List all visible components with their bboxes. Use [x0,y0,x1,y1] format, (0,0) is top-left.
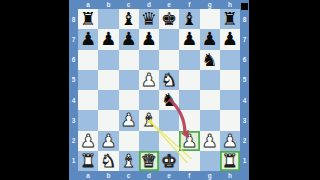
square-b3[interactable] [98,110,118,130]
square-d7[interactable]: ♟ [139,29,159,49]
black-knight-e4[interactable]: ♞ [161,91,177,109]
white-bishop-d3[interactable]: ♝ [141,111,157,129]
square-b1[interactable]: ♞ [98,151,118,171]
black-pawn-g7[interactable]: ♟ [202,30,218,48]
white-pawn-a2[interactable]: ♟ [80,131,96,149]
black-pawn-f7[interactable]: ♟ [181,30,197,48]
square-e1[interactable]: ♚ [159,151,179,171]
chess-video-frame: abcdefgh abcdefgh 87654321 87654321 ♜♝♛♚… [0,0,320,180]
square-g5[interactable] [200,70,220,90]
rank-label-1: 1 [240,151,249,171]
file-label-a: a [78,171,98,180]
square-f5[interactable] [179,70,199,90]
square-e6[interactable] [159,50,179,70]
white-rook-h1[interactable]: ♜ [222,151,238,169]
square-a4[interactable] [78,90,98,110]
black-rook-a8[interactable]: ♜ [80,10,96,28]
square-d3[interactable]: ♝ [139,110,159,130]
rank-label-7: 7 [69,29,78,49]
square-c1[interactable]: ♝ [119,151,139,171]
black-pawn-a7[interactable]: ♟ [80,30,96,48]
square-b6[interactable] [98,50,118,70]
square-e8[interactable]: ♚ [159,9,179,29]
square-g4[interactable] [200,90,220,110]
corner-square-marker [241,3,248,10]
square-e2[interactable] [159,131,179,151]
square-f7[interactable]: ♟ [179,29,199,49]
rank-label-1: 1 [69,151,78,171]
file-label-h: h [220,171,240,180]
file-labels-top: abcdefgh [78,0,240,9]
rank-label-5: 5 [240,70,249,90]
square-b8[interactable] [98,9,118,29]
square-d1[interactable]: ♛ [139,151,159,171]
square-f6[interactable] [179,50,199,70]
file-label-g: g [200,171,220,180]
square-g8[interactable] [200,9,220,29]
square-f1[interactable] [179,151,199,171]
rank-label-8: 8 [69,9,78,29]
square-f3[interactable] [179,110,199,130]
rank-label-7: 7 [240,29,249,49]
square-b2[interactable]: ♟ [98,131,118,151]
square-h7[interactable]: ♟ [220,29,240,49]
square-g6[interactable]: ♞ [200,50,220,70]
square-g7[interactable]: ♟ [200,29,220,49]
black-knight-g6[interactable]: ♞ [202,50,218,68]
square-e4[interactable]: ♞ [159,90,179,110]
white-pawn-b2[interactable]: ♟ [100,131,116,149]
square-e5[interactable]: ♞ [159,70,179,90]
file-label-f: f [179,171,199,180]
file-label-d: d [139,171,159,180]
square-e3[interactable] [159,110,179,130]
square-a8[interactable]: ♜ [78,9,98,29]
square-a1[interactable]: ♜ [78,151,98,171]
white-rook-a1[interactable]: ♜ [80,151,96,169]
black-pawn-h7[interactable]: ♟ [222,30,238,48]
file-label-b: b [98,0,118,9]
square-a5[interactable] [78,70,98,90]
square-d8[interactable]: ♛ [139,9,159,29]
square-f8[interactable]: ♝ [179,9,199,29]
black-king-e8[interactable]: ♚ [161,10,177,28]
square-c5[interactable] [119,70,139,90]
square-d6[interactable] [139,50,159,70]
file-label-g: g [200,0,220,9]
white-pawn-f2[interactable]: ♟ [181,131,197,149]
white-queen-d1[interactable]: ♛ [141,151,157,169]
square-h5[interactable] [220,70,240,90]
black-pawn-d7[interactable]: ♟ [141,30,157,48]
white-pawn-d5[interactable]: ♟ [141,70,157,88]
rank-labels-right: 87654321 [240,9,249,171]
rank-label-6: 6 [69,50,78,70]
rank-label-2: 2 [69,131,78,151]
square-b5[interactable] [98,70,118,90]
square-a3[interactable] [78,110,98,130]
black-rook-h8[interactable]: ♜ [222,10,238,28]
rank-label-8: 8 [240,9,249,29]
square-d4[interactable] [139,90,159,110]
square-b7[interactable]: ♟ [98,29,118,49]
white-pawn-c3[interactable]: ♟ [121,111,137,129]
rank-label-5: 5 [69,70,78,90]
square-g1[interactable] [200,151,220,171]
black-pawn-c7[interactable]: ♟ [121,30,137,48]
square-g2[interactable]: ♟ [200,131,220,151]
white-knight-e5[interactable]: ♞ [161,70,177,88]
board-squares[interactable]: ♜♝♛♚♝♜♟♟♟♟♟♟♟♞♟♞♞♟♝♟♟♟♟♟♜♞♝♛♚♜ [78,9,240,171]
white-pawn-g2[interactable]: ♟ [202,131,218,149]
square-a6[interactable] [78,50,98,70]
black-pawn-b7[interactable]: ♟ [100,30,116,48]
white-bishop-c1[interactable]: ♝ [121,151,137,169]
square-b4[interactable] [98,90,118,110]
square-c4[interactable] [119,90,139,110]
square-h4[interactable] [220,90,240,110]
file-label-b: b [98,171,118,180]
rank-labels-left: 87654321 [69,9,78,171]
file-label-c: c [119,171,139,180]
square-d5[interactable]: ♟ [139,70,159,90]
rank-label-3: 3 [240,110,249,130]
square-e7[interactable] [159,29,179,49]
square-c3[interactable]: ♟ [119,110,139,130]
white-king-e1[interactable]: ♚ [161,151,177,169]
square-h1[interactable]: ♜ [220,151,240,171]
rank-label-2: 2 [240,131,249,151]
black-queen-d8[interactable]: ♛ [141,10,157,28]
white-pawn-h2[interactable]: ♟ [222,131,238,149]
square-c2[interactable] [119,131,139,151]
square-h3[interactable] [220,110,240,130]
square-c7[interactable]: ♟ [119,29,139,49]
file-label-e: e [159,171,179,180]
file-labels-bottom: abcdefgh [78,171,240,180]
black-bishop-c8[interactable]: ♝ [121,10,137,28]
rank-label-6: 6 [240,50,249,70]
rank-label-4: 4 [240,90,249,110]
square-a2[interactable]: ♟ [78,131,98,151]
rank-label-3: 3 [69,110,78,130]
square-c6[interactable] [119,50,139,70]
black-bishop-f8[interactable]: ♝ [181,10,197,28]
square-h2[interactable]: ♟ [220,131,240,151]
square-c8[interactable]: ♝ [119,9,139,29]
rank-label-4: 4 [69,90,78,110]
square-d2[interactable] [139,131,159,151]
square-a7[interactable]: ♟ [78,29,98,49]
square-g3[interactable] [200,110,220,130]
square-f4[interactable] [179,90,199,110]
white-knight-b1[interactable]: ♞ [100,151,116,169]
square-h8[interactable]: ♜ [220,9,240,29]
chess-board[interactable]: abcdefgh abcdefgh 87654321 87654321 ♜♝♛♚… [69,0,249,180]
square-f2[interactable]: ♟ [179,131,199,151]
square-h6[interactable] [220,50,240,70]
